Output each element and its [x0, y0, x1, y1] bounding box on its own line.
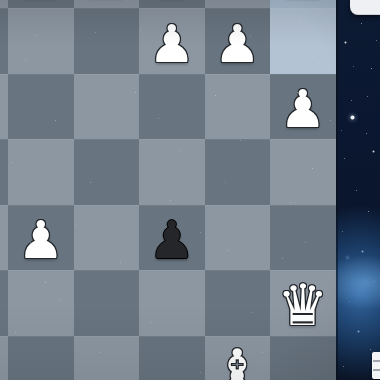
background-window-corner[interactable]	[350, 0, 380, 15]
square-f4[interactable]	[0, 139, 8, 205]
square-f2[interactable]	[0, 8, 8, 74]
square-e2[interactable]	[8, 8, 74, 74]
square-b1[interactable]	[205, 0, 271, 8]
square-e3[interactable]	[8, 74, 74, 140]
square-a4[interactable]	[270, 139, 336, 205]
square-c7[interactable]	[139, 336, 205, 380]
square-f5[interactable]	[0, 205, 8, 271]
square-e4[interactable]	[8, 139, 74, 205]
square-e6[interactable]	[8, 270, 74, 336]
square-f1[interactable]	[0, 0, 8, 8]
piece-white-rook-e1[interactable]: ♜	[8, 0, 74, 8]
square-c4[interactable]	[139, 139, 205, 205]
piece-white-rook-d1[interactable]: ♜	[74, 0, 140, 8]
square-b6[interactable]	[205, 270, 271, 336]
square-d4[interactable]	[74, 139, 140, 205]
piece-white-pawn-b2[interactable]: ♟	[205, 8, 271, 74]
piece-black-pawn-c5[interactable]: ♟	[139, 205, 205, 271]
piece-white-pawn-c2[interactable]: ♟	[139, 8, 205, 74]
piece-white-queen-a6[interactable]: ♛	[270, 270, 336, 336]
piece-black-rook-a1[interactable]: ♜	[270, 0, 336, 8]
square-c3[interactable]	[139, 74, 205, 140]
square-e7[interactable]	[8, 336, 74, 380]
square-c6[interactable]	[139, 270, 205, 336]
square-d5[interactable]	[74, 205, 140, 271]
dock-icon[interactable]	[372, 352, 380, 379]
piece-white-pawn-a3[interactable]: ♟	[270, 74, 336, 140]
square-f7[interactable]	[0, 336, 8, 380]
square-d7[interactable]	[74, 336, 140, 380]
square-a2[interactable]	[270, 8, 336, 74]
square-f6[interactable]	[0, 270, 8, 336]
piece-white-bishop-b7[interactable]: ♝	[205, 336, 271, 380]
square-d2[interactable]	[74, 8, 140, 74]
chess-board-grid: ♜♝♜♜♟♟♟♟♟♛♝	[0, 0, 336, 380]
square-b4[interactable]	[205, 139, 271, 205]
square-f3[interactable]	[0, 74, 8, 140]
square-d6[interactable]	[74, 270, 140, 336]
square-b3[interactable]	[205, 74, 271, 140]
square-d3[interactable]	[74, 74, 140, 140]
square-a5[interactable]	[270, 205, 336, 271]
square-b5[interactable]	[205, 205, 271, 271]
square-a7[interactable]	[270, 336, 336, 380]
chess-board: ♜♝♜♜♟♟♟♟♟♛♝	[0, 0, 338, 380]
desktop-screenshot: ♜♝♜♜♟♟♟♟♟♛♝	[0, 0, 380, 380]
piece-white-pawn-e5[interactable]: ♟	[8, 205, 74, 271]
piece-white-bishop-c1[interactable]: ♝	[139, 0, 205, 8]
